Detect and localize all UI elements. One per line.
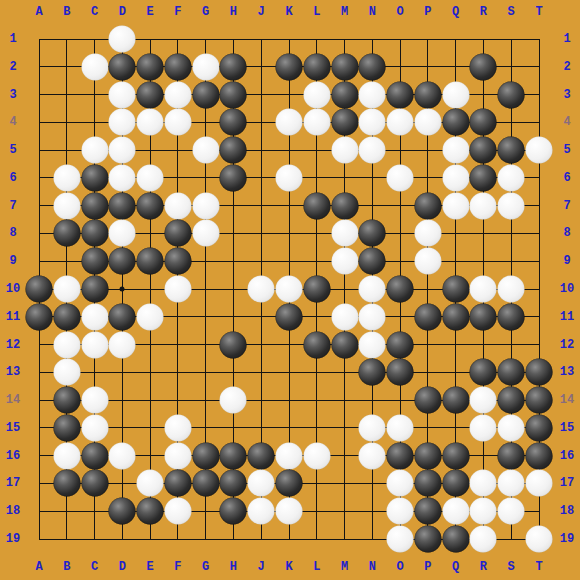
white-stone[interactable]: [526, 137, 553, 164]
black-stone[interactable]: [81, 442, 108, 469]
black-stone[interactable]: [303, 192, 330, 219]
black-stone[interactable]: [442, 387, 469, 414]
white-stone[interactable]: [359, 81, 386, 108]
black-stone[interactable]: [109, 498, 136, 525]
white-stone[interactable]: [526, 526, 553, 553]
white-stone[interactable]: [81, 331, 108, 358]
white-stone[interactable]: [164, 442, 191, 469]
black-stone[interactable]: [192, 81, 219, 108]
white-stone[interactable]: [81, 137, 108, 164]
white-stone[interactable]: [248, 498, 275, 525]
white-stone[interactable]: [387, 498, 414, 525]
black-stone[interactable]: [331, 331, 358, 358]
black-stone[interactable]: [303, 276, 330, 303]
black-stone[interactable]: [303, 331, 330, 358]
black-stone[interactable]: [470, 137, 497, 164]
white-stone[interactable]: [359, 331, 386, 358]
black-stone[interactable]: [81, 220, 108, 247]
black-stone[interactable]: [498, 359, 525, 386]
white-stone[interactable]: [359, 276, 386, 303]
white-stone[interactable]: [359, 109, 386, 136]
white-stone[interactable]: [442, 498, 469, 525]
white-stone[interactable]: [331, 220, 358, 247]
white-stone[interactable]: [442, 137, 469, 164]
black-stone[interactable]: [192, 470, 219, 497]
white-stone[interactable]: [498, 192, 525, 219]
black-stone[interactable]: [26, 303, 53, 330]
white-stone[interactable]: [164, 414, 191, 441]
white-stone[interactable]: [387, 414, 414, 441]
black-stone[interactable]: [192, 442, 219, 469]
black-stone[interactable]: [331, 192, 358, 219]
black-stone[interactable]: [220, 442, 247, 469]
white-stone[interactable]: [53, 331, 80, 358]
black-stone[interactable]: [81, 470, 108, 497]
white-stone[interactable]: [303, 81, 330, 108]
black-stone[interactable]: [164, 470, 191, 497]
black-stone[interactable]: [526, 442, 553, 469]
black-stone[interactable]: [109, 303, 136, 330]
white-stone[interactable]: [109, 109, 136, 136]
white-stone[interactable]: [220, 387, 247, 414]
black-stone[interactable]: [137, 192, 164, 219]
black-stone[interactable]: [164, 53, 191, 80]
black-stone[interactable]: [53, 470, 80, 497]
black-stone[interactable]: [26, 276, 53, 303]
white-stone[interactable]: [470, 276, 497, 303]
black-stone[interactable]: [81, 276, 108, 303]
black-stone[interactable]: [359, 359, 386, 386]
white-stone[interactable]: [164, 498, 191, 525]
black-stone[interactable]: [442, 526, 469, 553]
white-stone[interactable]: [414, 248, 441, 275]
black-stone[interactable]: [164, 248, 191, 275]
white-stone[interactable]: [414, 220, 441, 247]
white-stone[interactable]: [414, 109, 441, 136]
white-stone[interactable]: [81, 414, 108, 441]
black-stone[interactable]: [137, 81, 164, 108]
white-stone[interactable]: [470, 414, 497, 441]
white-stone[interactable]: [470, 192, 497, 219]
white-stone[interactable]: [470, 526, 497, 553]
black-stone[interactable]: [470, 359, 497, 386]
black-stone[interactable]: [53, 414, 80, 441]
white-stone[interactable]: [276, 109, 303, 136]
go-board-screenshot: AA11BB22CC33DD44EE55FF66GG77HH88JJ99KK10…: [0, 0, 580, 580]
black-stone[interactable]: [498, 442, 525, 469]
black-stone[interactable]: [414, 498, 441, 525]
black-stone[interactable]: [414, 192, 441, 219]
white-stone[interactable]: [359, 442, 386, 469]
black-stone[interactable]: [359, 220, 386, 247]
black-stone[interactable]: [331, 53, 358, 80]
black-stone[interactable]: [414, 303, 441, 330]
black-stone[interactable]: [109, 248, 136, 275]
black-stone[interactable]: [387, 331, 414, 358]
white-stone[interactable]: [442, 164, 469, 191]
white-stone[interactable]: [137, 470, 164, 497]
white-stone[interactable]: [137, 164, 164, 191]
black-stone[interactable]: [470, 53, 497, 80]
black-stone[interactable]: [276, 470, 303, 497]
white-stone[interactable]: [192, 192, 219, 219]
black-stone[interactable]: [53, 303, 80, 330]
white-stone[interactable]: [164, 192, 191, 219]
white-stone[interactable]: [303, 442, 330, 469]
black-stone[interactable]: [53, 387, 80, 414]
black-stone[interactable]: [526, 359, 553, 386]
black-stone[interactable]: [248, 442, 275, 469]
black-stone[interactable]: [220, 109, 247, 136]
black-stone[interactable]: [303, 53, 330, 80]
white-stone[interactable]: [498, 414, 525, 441]
white-stone[interactable]: [387, 526, 414, 553]
black-stone[interactable]: [137, 248, 164, 275]
white-stone[interactable]: [248, 470, 275, 497]
white-stone[interactable]: [137, 303, 164, 330]
black-stone[interactable]: [276, 303, 303, 330]
black-stone[interactable]: [414, 442, 441, 469]
white-stone[interactable]: [387, 164, 414, 191]
black-stone[interactable]: [331, 81, 358, 108]
black-stone[interactable]: [220, 470, 247, 497]
black-stone[interactable]: [498, 387, 525, 414]
white-stone[interactable]: [192, 137, 219, 164]
white-stone[interactable]: [248, 276, 275, 303]
black-stone[interactable]: [470, 109, 497, 136]
white-stone[interactable]: [387, 470, 414, 497]
white-stone[interactable]: [442, 81, 469, 108]
white-stone[interactable]: [109, 442, 136, 469]
white-stone[interactable]: [276, 276, 303, 303]
black-stone[interactable]: [387, 81, 414, 108]
white-stone[interactable]: [359, 303, 386, 330]
white-stone[interactable]: [53, 164, 80, 191]
white-stone[interactable]: [137, 109, 164, 136]
black-stone[interactable]: [81, 248, 108, 275]
black-stone[interactable]: [137, 53, 164, 80]
white-stone[interactable]: [276, 498, 303, 525]
white-stone[interactable]: [526, 470, 553, 497]
black-stone[interactable]: [526, 414, 553, 441]
black-stone[interactable]: [442, 276, 469, 303]
white-stone[interactable]: [359, 137, 386, 164]
white-stone[interactable]: [53, 359, 80, 386]
white-stone[interactable]: [331, 303, 358, 330]
black-stone[interactable]: [414, 81, 441, 108]
black-stone[interactable]: [498, 137, 525, 164]
black-stone[interactable]: [414, 470, 441, 497]
white-stone[interactable]: [81, 53, 108, 80]
black-stone[interactable]: [220, 137, 247, 164]
white-stone[interactable]: [331, 248, 358, 275]
black-stone[interactable]: [359, 53, 386, 80]
black-stone[interactable]: [387, 442, 414, 469]
black-stone[interactable]: [220, 331, 247, 358]
white-stone[interactable]: [498, 164, 525, 191]
white-stone[interactable]: [81, 387, 108, 414]
white-stone[interactable]: [192, 220, 219, 247]
white-stone[interactable]: [470, 498, 497, 525]
white-stone[interactable]: [470, 470, 497, 497]
white-stone[interactable]: [109, 331, 136, 358]
white-stone[interactable]: [276, 442, 303, 469]
black-stone[interactable]: [109, 53, 136, 80]
black-stone[interactable]: [498, 303, 525, 330]
white-stone[interactable]: [192, 53, 219, 80]
black-stone[interactable]: [109, 192, 136, 219]
white-stone[interactable]: [109, 137, 136, 164]
white-stone[interactable]: [498, 276, 525, 303]
black-stone[interactable]: [53, 220, 80, 247]
white-stone[interactable]: [303, 109, 330, 136]
white-stone[interactable]: [498, 498, 525, 525]
white-stone[interactable]: [109, 81, 136, 108]
black-stone[interactable]: [442, 109, 469, 136]
black-stone[interactable]: [414, 526, 441, 553]
white-stone[interactable]: [53, 192, 80, 219]
black-stone[interactable]: [470, 303, 497, 330]
black-stone[interactable]: [220, 164, 247, 191]
white-stone[interactable]: [109, 220, 136, 247]
black-stone[interactable]: [164, 220, 191, 247]
white-stone[interactable]: [164, 81, 191, 108]
black-stone[interactable]: [526, 387, 553, 414]
black-stone[interactable]: [137, 498, 164, 525]
white-stone[interactable]: [164, 109, 191, 136]
white-stone[interactable]: [442, 192, 469, 219]
white-stone[interactable]: [81, 303, 108, 330]
white-stone[interactable]: [109, 164, 136, 191]
black-stone[interactable]: [81, 164, 108, 191]
black-stone[interactable]: [81, 192, 108, 219]
black-stone[interactable]: [442, 442, 469, 469]
white-stone[interactable]: [331, 137, 358, 164]
white-stone[interactable]: [470, 387, 497, 414]
white-stone[interactable]: [498, 470, 525, 497]
black-stone[interactable]: [220, 81, 247, 108]
black-stone[interactable]: [414, 387, 441, 414]
black-stone[interactable]: [220, 498, 247, 525]
stones-layer: [0, 0, 580, 580]
black-stone[interactable]: [387, 276, 414, 303]
white-stone[interactable]: [53, 276, 80, 303]
black-stone[interactable]: [276, 53, 303, 80]
white-stone[interactable]: [164, 276, 191, 303]
black-stone[interactable]: [387, 359, 414, 386]
white-stone[interactable]: [387, 109, 414, 136]
black-stone[interactable]: [442, 470, 469, 497]
white-stone[interactable]: [109, 26, 136, 53]
white-stone[interactable]: [276, 164, 303, 191]
black-stone[interactable]: [442, 303, 469, 330]
black-stone[interactable]: [359, 248, 386, 275]
black-stone[interactable]: [220, 53, 247, 80]
white-stone[interactable]: [53, 442, 80, 469]
black-stone[interactable]: [331, 109, 358, 136]
white-stone[interactable]: [359, 414, 386, 441]
black-stone[interactable]: [470, 164, 497, 191]
black-stone[interactable]: [498, 81, 525, 108]
go-board[interactable]: AA11BB22CC33DD44EE55FF66GG77HH88JJ99KK10…: [0, 0, 580, 580]
